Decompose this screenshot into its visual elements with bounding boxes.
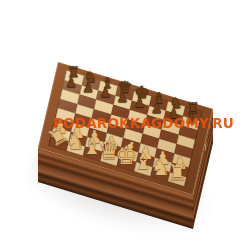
chess-set-photo: ♜♞♝♛♚♝♞♜♟♟♟♟♟♟♟♟♟♟♟♟♟♟♟♟♜♞♝♛♚♝♞♜ PODAROK…	[0, 0, 250, 250]
watermark-text: PODAROKKAGDOMY.RU	[53, 115, 234, 131]
brass-latch-icon	[205, 140, 206, 152]
